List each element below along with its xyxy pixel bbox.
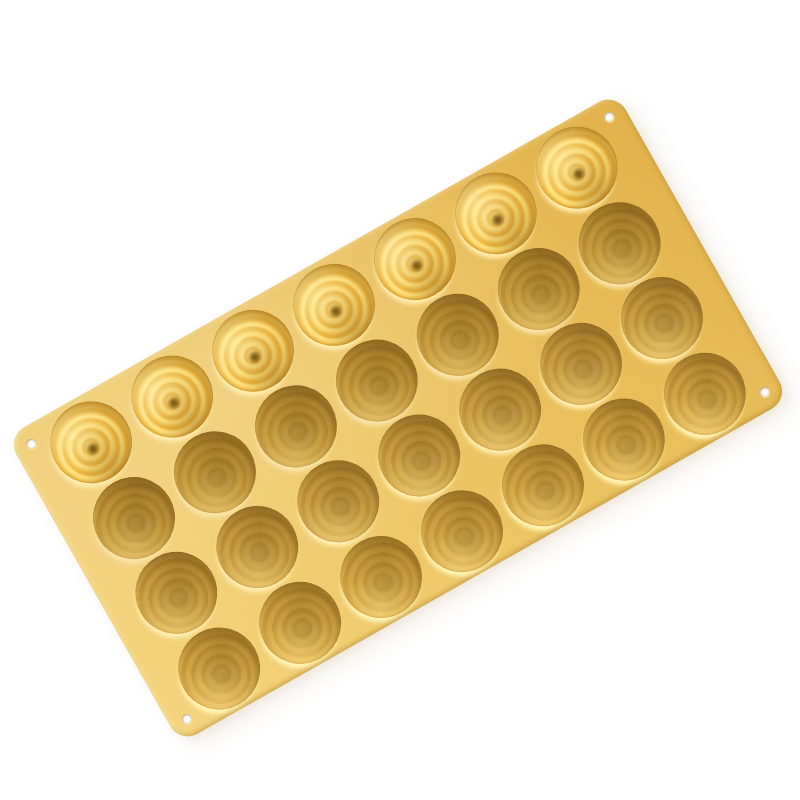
cavity-grid: [7, 92, 790, 743]
silicone-mold: [7, 92, 790, 743]
photo-background: [0, 0, 800, 800]
